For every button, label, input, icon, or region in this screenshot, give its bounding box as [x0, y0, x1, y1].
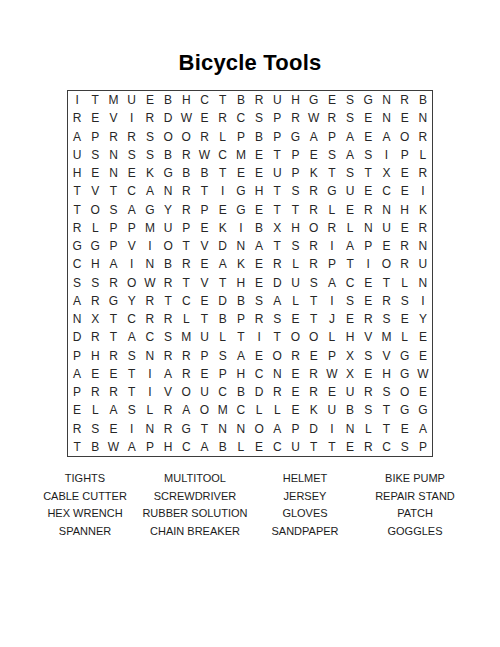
grid-cell: L: [396, 328, 414, 346]
grid-cell: V: [377, 347, 395, 365]
grid-cell: T: [104, 182, 122, 200]
grid-cell: S: [86, 274, 104, 292]
grid-cell: P: [141, 438, 159, 456]
grid-cell: T: [177, 274, 195, 292]
grid-cell: N: [414, 237, 432, 255]
grid-cell: E: [377, 237, 395, 255]
grid-cell: A: [68, 128, 86, 146]
grid-cell: G: [141, 201, 159, 219]
grid-cell: R: [123, 128, 141, 146]
grid-cell: P: [104, 237, 122, 255]
grid-cell: E: [232, 164, 250, 182]
grid-cell: I: [123, 255, 141, 273]
grid-cell: C: [377, 438, 395, 456]
grid-cell: L: [214, 128, 232, 146]
grid-cell: H: [232, 274, 250, 292]
grid-cell: Y: [123, 292, 141, 310]
grid-cell: I: [414, 182, 432, 200]
grid-cell: I: [232, 219, 250, 237]
grid-cell: P: [177, 219, 195, 237]
grid-cell: K: [141, 164, 159, 182]
word-list-item: HEX WRENCH: [30, 505, 140, 523]
grid-cell: C: [341, 274, 359, 292]
grid-cell: A: [104, 401, 122, 419]
grid-cell: I: [377, 146, 395, 164]
grid-cell: C: [141, 328, 159, 346]
grid-cell: E: [86, 109, 104, 127]
grid-cell: A: [123, 438, 141, 456]
grid-cell: G: [305, 91, 323, 109]
grid-cell: R: [305, 365, 323, 383]
grid-cell: E: [86, 365, 104, 383]
grid-cell: E: [250, 146, 268, 164]
grid-cell: S: [159, 328, 177, 346]
grid-cell: T: [268, 146, 286, 164]
grid-cell: S: [341, 164, 359, 182]
grid-cell: E: [341, 438, 359, 456]
grid-cell: R: [68, 219, 86, 237]
grid-cell: N: [414, 109, 432, 127]
grid-cell: J: [323, 310, 341, 328]
grid-cell: M: [232, 146, 250, 164]
grid-cell: U: [341, 182, 359, 200]
grid-cell: T: [123, 365, 141, 383]
grid-cell: T: [268, 182, 286, 200]
grid-cell: E: [414, 347, 432, 365]
grid-cell: E: [341, 310, 359, 328]
grid-cell: T: [104, 310, 122, 328]
grid-cell: P: [359, 237, 377, 255]
grid-cell: H: [286, 219, 304, 237]
grid-cell: E: [305, 347, 323, 365]
grid-cell: P: [268, 128, 286, 146]
grid-cell: B: [414, 91, 432, 109]
word-list: TIGHTSCABLE CUTTERHEX WRENCHSPANNERMULTI…: [30, 470, 470, 540]
grid-cell: L: [268, 401, 286, 419]
grid-cell: B: [232, 91, 250, 109]
grid-cell: S: [341, 292, 359, 310]
grid-cell: U: [195, 328, 213, 346]
grid-cell: V: [123, 237, 141, 255]
grid-cell: L: [414, 146, 432, 164]
grid-cell: C: [232, 401, 250, 419]
grid-cell: E: [250, 347, 268, 365]
grid-cell: H: [250, 182, 268, 200]
grid-cell: B: [232, 292, 250, 310]
grid-cell: U: [377, 219, 395, 237]
grid-cell: N: [141, 420, 159, 438]
grid-cell: E: [104, 365, 122, 383]
grid-cell: L: [286, 255, 304, 273]
grid-cell: C: [123, 310, 141, 328]
grid-cell: G: [396, 401, 414, 419]
grid-cell: L: [323, 328, 341, 346]
word-search-grid: ITMUEBHCTBRUHGESGNRBREVIRDWERCSPRWRSENEN…: [67, 90, 433, 457]
grid-cell: I: [123, 109, 141, 127]
word-list-item: GLOVES: [250, 505, 360, 523]
grid-cell: A: [414, 420, 432, 438]
grid-cell: Y: [414, 310, 432, 328]
grid-cell: E: [323, 91, 341, 109]
grid-cell: L: [141, 401, 159, 419]
grid-cell: W: [414, 365, 432, 383]
grid-cell: I: [359, 255, 377, 273]
grid-cell: T: [377, 401, 395, 419]
grid-cell: G: [396, 347, 414, 365]
grid-cell: G: [86, 237, 104, 255]
grid-cell: L: [232, 438, 250, 456]
grid-cell: T: [268, 201, 286, 219]
grid-cell: E: [286, 383, 304, 401]
grid-cell: N: [159, 182, 177, 200]
grid-cell: R: [250, 310, 268, 328]
grid-cell: V: [86, 182, 104, 200]
grid-cell: R: [68, 420, 86, 438]
grid-cell: H: [286, 91, 304, 109]
grid-cell: R: [359, 201, 377, 219]
grid-cell: U: [159, 219, 177, 237]
grid-cell: S: [141, 128, 159, 146]
word-list-column: HELMETJERSEYGLOVESSANDPAPER: [250, 470, 360, 540]
grid-cell: S: [341, 91, 359, 109]
grid-cell: S: [286, 182, 304, 200]
grid-cell: W: [177, 109, 195, 127]
word-list-item: JERSEY: [250, 488, 360, 506]
word-list-item: PATCH: [360, 505, 470, 523]
grid-cell: R: [159, 401, 177, 419]
grid-cell: P: [232, 128, 250, 146]
grid-cell: E: [195, 255, 213, 273]
grid-cell: T: [177, 237, 195, 255]
grid-cell: N: [359, 219, 377, 237]
grid-cell: R: [177, 365, 195, 383]
grid-cell: A: [68, 292, 86, 310]
grid-cell: R: [86, 292, 104, 310]
grid-cell: E: [396, 109, 414, 127]
grid-cell: O: [396, 128, 414, 146]
grid-cell: T: [286, 201, 304, 219]
grid-cell: B: [250, 219, 268, 237]
grid-cell: R: [396, 237, 414, 255]
grid-cell: S: [377, 383, 395, 401]
grid-cell: P: [396, 146, 414, 164]
grid-cell: P: [286, 420, 304, 438]
grid-cell: T: [268, 328, 286, 346]
grid-cell: A: [232, 347, 250, 365]
grid-cell: T: [159, 292, 177, 310]
grid-cell: E: [123, 164, 141, 182]
grid-cell: P: [414, 438, 432, 456]
grid-cell: K: [305, 401, 323, 419]
grid-cell: S: [305, 274, 323, 292]
grid-cell: O: [86, 201, 104, 219]
grid-cell: N: [377, 91, 395, 109]
grid-cell: L: [341, 219, 359, 237]
grid-cell: T: [68, 438, 86, 456]
grid-cell: E: [359, 274, 377, 292]
grid-cell: H: [377, 365, 395, 383]
grid-cell: P: [323, 255, 341, 273]
grid-cell: U: [268, 91, 286, 109]
grid-cell: G: [68, 237, 86, 255]
grid-cell: A: [341, 237, 359, 255]
grid-cell: E: [341, 201, 359, 219]
grid-cell: N: [232, 420, 250, 438]
grid-cell: G: [159, 164, 177, 182]
grid-cell: A: [68, 365, 86, 383]
grid-cell: G: [323, 182, 341, 200]
grid-cell: H: [177, 91, 195, 109]
grid-cell: R: [141, 292, 159, 310]
grid-cell: S: [123, 347, 141, 365]
grid-cell: R: [159, 347, 177, 365]
grid-cell: R: [177, 146, 195, 164]
grid-cell: I: [68, 91, 86, 109]
grid-cell: T: [377, 274, 395, 292]
grid-cell: O: [250, 420, 268, 438]
grid-cell: G: [286, 128, 304, 146]
grid-cell: S: [286, 237, 304, 255]
grid-cell: T: [195, 420, 213, 438]
grid-cell: W: [323, 365, 341, 383]
grid-cell: R: [86, 328, 104, 346]
grid-cell: T: [232, 328, 250, 346]
grid-cell: E: [141, 91, 159, 109]
grid-cell: I: [141, 237, 159, 255]
grid-cell: R: [250, 91, 268, 109]
grid-cell: V: [195, 237, 213, 255]
grid-cell: O: [396, 383, 414, 401]
grid-cell: E: [359, 109, 377, 127]
grid-cell: D: [68, 328, 86, 346]
grid-cell: O: [305, 219, 323, 237]
grid-cell: B: [232, 383, 250, 401]
grid-cell: E: [359, 128, 377, 146]
grid-cell: E: [396, 182, 414, 200]
grid-cell: A: [123, 201, 141, 219]
grid-cell: R: [359, 438, 377, 456]
grid-cell: A: [377, 128, 395, 146]
grid-cell: R: [86, 383, 104, 401]
grid-cell: E: [305, 146, 323, 164]
grid-cell: A: [214, 255, 232, 273]
grid-cell: N: [377, 109, 395, 127]
grid-cell: S: [268, 310, 286, 328]
grid-cell: R: [305, 201, 323, 219]
grid-cell: I: [414, 292, 432, 310]
word-list-item: CABLE CUTTER: [30, 488, 140, 506]
word-list-item: RUBBER SOLUTION: [140, 505, 250, 523]
word-list-column: TIGHTSCABLE CUTTERHEX WRENCHSPANNER: [30, 470, 140, 540]
grid-cell: D: [214, 292, 232, 310]
grid-cell: R: [396, 91, 414, 109]
grid-cell: R: [177, 201, 195, 219]
grid-cell: N: [414, 274, 432, 292]
grid-cell: T: [323, 438, 341, 456]
grid-cell: W: [305, 109, 323, 127]
grid-cell: H: [86, 347, 104, 365]
grid-cell: H: [232, 365, 250, 383]
grid-cell: C: [214, 383, 232, 401]
grid-cell: L: [86, 219, 104, 237]
grid-cell: A: [195, 438, 213, 456]
grid-cell: T: [268, 237, 286, 255]
grid-cell: U: [68, 146, 86, 164]
grid-cell: R: [268, 383, 286, 401]
puzzle-title: Bicycle Tools: [0, 50, 500, 76]
grid-cell: A: [250, 237, 268, 255]
grid-cell: U: [195, 383, 213, 401]
grid-cell: B: [250, 128, 268, 146]
grid-cell: N: [104, 164, 122, 182]
grid-cell: L: [214, 328, 232, 346]
grid-cell: D: [214, 237, 232, 255]
grid-cell: T: [195, 182, 213, 200]
grid-cell: S: [86, 146, 104, 164]
grid-cell: L: [359, 420, 377, 438]
grid-cell: R: [359, 383, 377, 401]
grid-cell: T: [323, 164, 341, 182]
grid-cell: H: [68, 164, 86, 182]
grid-cell: S: [86, 420, 104, 438]
grid-cell: G: [414, 401, 432, 419]
grid-cell: T: [377, 420, 395, 438]
grid-cell: I: [214, 182, 232, 200]
grid-cell: C: [177, 292, 195, 310]
grid-cell: R: [177, 347, 195, 365]
grid-cell: B: [195, 164, 213, 182]
grid-cell: R: [305, 182, 323, 200]
grid-cell: N: [232, 237, 250, 255]
grid-cell: P: [86, 128, 104, 146]
grid-cell: O: [159, 237, 177, 255]
grid-cell: A: [159, 365, 177, 383]
grid-cell: I: [323, 420, 341, 438]
grid-cell: A: [323, 274, 341, 292]
grid-cell: A: [141, 182, 159, 200]
grid-cell: G: [232, 201, 250, 219]
grid-cell: T: [214, 91, 232, 109]
grid-cell: W: [141, 274, 159, 292]
grid-cell: S: [323, 146, 341, 164]
grid-cell: B: [177, 164, 195, 182]
grid-cell: E: [359, 292, 377, 310]
grid-cell: E: [86, 164, 104, 182]
grid-cell: E: [359, 365, 377, 383]
grid-cell: P: [104, 219, 122, 237]
grid-cell: E: [195, 219, 213, 237]
grid-cell: E: [286, 401, 304, 419]
grid-cell: H: [159, 438, 177, 456]
grid-cell: P: [214, 365, 232, 383]
grid-cell: I: [250, 328, 268, 346]
grid-cell: X: [377, 164, 395, 182]
grid-cell: E: [104, 420, 122, 438]
grid-cell: S: [68, 274, 86, 292]
grid-cell: C: [123, 182, 141, 200]
grid-cell: K: [305, 164, 323, 182]
grid-cell: D: [159, 109, 177, 127]
grid-cell: T: [68, 201, 86, 219]
grid-cell: E: [396, 420, 414, 438]
grid-cell: H: [341, 328, 359, 346]
grid-cell: U: [286, 274, 304, 292]
grid-cell: C: [177, 438, 195, 456]
grid-cell: S: [359, 347, 377, 365]
grid-cell: W: [195, 146, 213, 164]
grid-cell: P: [68, 383, 86, 401]
grid-cell: Y: [159, 201, 177, 219]
grid-cell: G: [177, 420, 195, 438]
grid-cell: X: [268, 219, 286, 237]
grid-cell: X: [86, 310, 104, 328]
grid-cell: P: [68, 347, 86, 365]
grid-cell: N: [341, 420, 359, 438]
word-list-item: GOGGLES: [360, 523, 470, 541]
grid-cell: N: [104, 146, 122, 164]
grid-cell: O: [377, 255, 395, 273]
grid-cell: E: [323, 383, 341, 401]
grid-cell: C: [250, 365, 268, 383]
grid-cell: U: [268, 164, 286, 182]
grid-cell: R: [359, 310, 377, 328]
grid-cell: U: [323, 401, 341, 419]
grid-cell: T: [305, 292, 323, 310]
grid-cell: P: [323, 128, 341, 146]
grid-cell: R: [305, 383, 323, 401]
grid-cell: A: [341, 128, 359, 146]
grid-cell: G: [232, 182, 250, 200]
grid-cell: B: [159, 91, 177, 109]
grid-cell: R: [141, 109, 159, 127]
grid-cell: B: [159, 146, 177, 164]
grid-cell: L: [396, 274, 414, 292]
grid-cell: S: [250, 292, 268, 310]
grid-cell: C: [232, 109, 250, 127]
grid-cell: N: [268, 365, 286, 383]
grid-cell: B: [341, 401, 359, 419]
grid-cell: G: [396, 365, 414, 383]
grid-cell: A: [177, 401, 195, 419]
grid-cell: N: [68, 310, 86, 328]
grid-cell: S: [396, 292, 414, 310]
grid-cell: R: [305, 237, 323, 255]
grid-cell: I: [123, 420, 141, 438]
grid-cell: D: [305, 420, 323, 438]
grid-cell: D: [268, 274, 286, 292]
grid-cell: K: [232, 255, 250, 273]
word-list-item: SCREWDRIVER: [140, 488, 250, 506]
grid-cell: L: [86, 401, 104, 419]
word-list-item: BIKE PUMP: [360, 470, 470, 488]
grid-cell: D: [250, 383, 268, 401]
grid-cell: R: [104, 347, 122, 365]
grid-cell: R: [159, 310, 177, 328]
grid-cell: E: [250, 201, 268, 219]
grid-cell: R: [177, 182, 195, 200]
grid-cell: E: [250, 164, 268, 182]
grid-cell: E: [396, 219, 414, 237]
grid-cell: A: [268, 420, 286, 438]
grid-cell: P: [195, 201, 213, 219]
grid-cell: R: [414, 219, 432, 237]
grid-cell: R: [323, 219, 341, 237]
grid-cell: E: [195, 292, 213, 310]
grid-cell: R: [286, 109, 304, 127]
grid-cell: E: [359, 182, 377, 200]
grid-cell: T: [341, 255, 359, 273]
grid-cell: T: [305, 310, 323, 328]
